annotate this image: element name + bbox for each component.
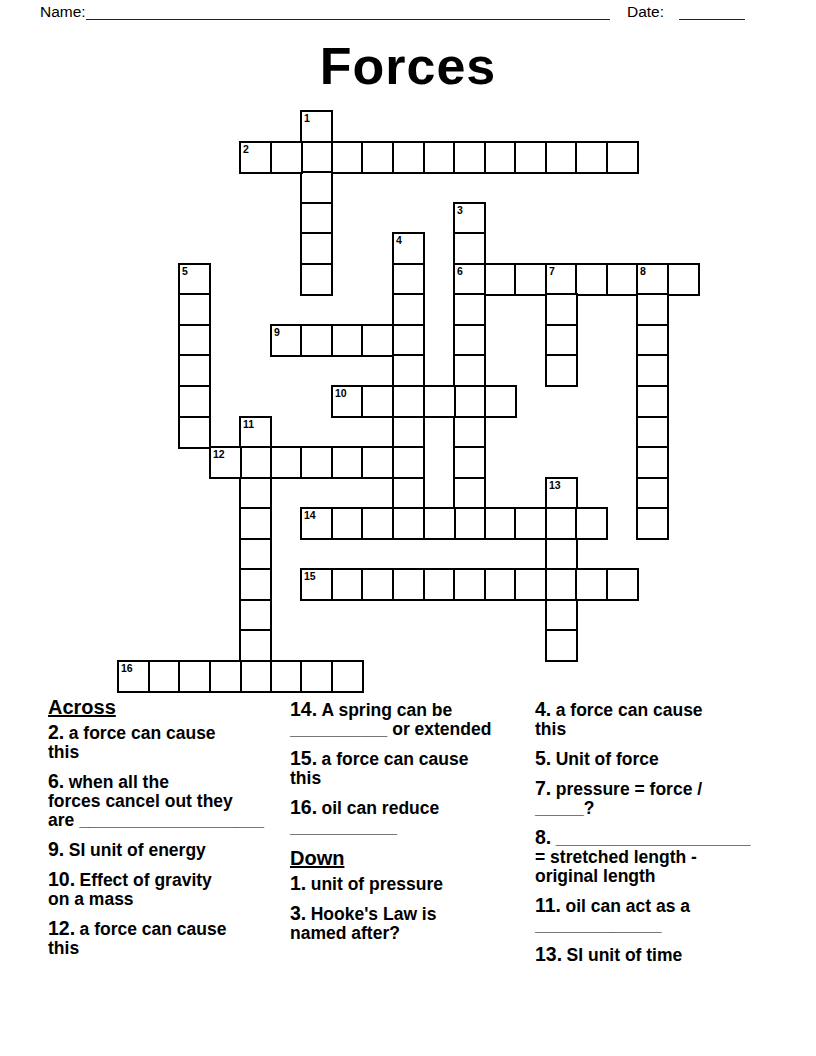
grid-cell[interactable] — [423, 385, 456, 418]
grid-cell[interactable] — [178, 293, 211, 326]
page-title: Forces — [0, 36, 816, 96]
clue-across-14: 14. A spring can be __________ or extend… — [290, 700, 523, 739]
across-heading: Across — [48, 696, 278, 718]
grid-cell[interactable] — [239, 446, 272, 479]
grid-cell[interactable]: 3 — [453, 202, 486, 235]
grid-cell[interactable] — [453, 141, 486, 174]
grid-cell[interactable]: 12 — [209, 446, 242, 479]
grid-cell[interactable]: 5 — [178, 263, 211, 296]
grid-cell[interactable] — [514, 568, 547, 601]
grid-cell[interactable] — [545, 629, 578, 662]
date-label: Date: — [627, 3, 664, 21]
grid-cell[interactable] — [484, 568, 517, 601]
clue-across-2: 2. a force can cause this — [48, 723, 278, 762]
grid-cell[interactable]: 8 — [636, 263, 669, 296]
grid-cell[interactable] — [392, 446, 425, 479]
grid-cell[interactable] — [392, 416, 425, 449]
grid-cell[interactable] — [636, 416, 669, 449]
date-fill-line[interactable] — [679, 19, 745, 20]
grid-cell[interactable] — [331, 660, 364, 693]
grid-cell[interactable] — [606, 263, 639, 296]
grid-cell[interactable]: 15 — [300, 568, 333, 601]
grid-cell[interactable] — [239, 507, 272, 540]
grid-cell[interactable] — [575, 507, 608, 540]
grid-cell[interactable] — [636, 507, 669, 540]
grid-cell[interactable]: 16 — [117, 660, 150, 693]
grid-cell[interactable] — [545, 141, 578, 174]
grid-cell[interactable] — [484, 507, 517, 540]
grid-cell[interactable] — [484, 141, 517, 174]
grid-cell[interactable] — [453, 354, 486, 387]
grid-cell[interactable] — [575, 263, 608, 296]
grid-cell[interactable] — [606, 141, 639, 174]
grid-cell[interactable] — [270, 141, 303, 174]
clue-column-2: 14. A spring can be __________ or extend… — [290, 696, 523, 975]
grid-cell[interactable] — [545, 507, 578, 540]
grid-cell[interactable] — [300, 660, 333, 693]
clue-down-4: 4. a force can cause this — [535, 700, 775, 739]
grid-cell[interactable] — [453, 568, 486, 601]
grid-cell[interactable] — [636, 477, 669, 510]
grid-cell[interactable] — [392, 324, 425, 357]
cell-clue-number: 16 — [119, 662, 148, 674]
grid-cell[interactable] — [423, 568, 456, 601]
grid-cell[interactable] — [300, 202, 333, 235]
down-heading: Down — [290, 847, 523, 869]
grid-cell[interactable] — [667, 263, 700, 296]
clue-number: 16. — [290, 796, 317, 818]
cell-clue-number: 10 — [333, 387, 362, 399]
grid-cell[interactable] — [178, 660, 211, 693]
name-fill-line[interactable] — [86, 19, 610, 20]
grid-cell[interactable] — [270, 660, 303, 693]
grid-cell[interactable]: 10 — [331, 385, 364, 418]
grid-cell[interactable] — [636, 446, 669, 479]
grid-cell[interactable] — [636, 385, 669, 418]
grid-cell[interactable] — [300, 232, 333, 265]
grid-cell[interactable] — [361, 507, 394, 540]
name-label: Name: — [40, 3, 86, 21]
grid-cell[interactable] — [636, 354, 669, 387]
cell-clue-number: 4 — [394, 234, 423, 246]
grid-cell[interactable]: 13 — [545, 477, 578, 510]
clue-column-1: Across 2. a force can cause this 6. when… — [48, 696, 278, 975]
clue-number: 8. — [535, 826, 551, 848]
grid-cell[interactable] — [300, 141, 333, 174]
grid-cell[interactable] — [331, 141, 364, 174]
grid-cell[interactable] — [545, 538, 578, 571]
grid-cell[interactable] — [239, 538, 272, 571]
grid-cell[interactable] — [300, 324, 333, 357]
grid-cell[interactable] — [239, 660, 272, 693]
grid-cell[interactable] — [392, 263, 425, 296]
cell-clue-number: 2 — [241, 143, 270, 155]
clue-down-7: 7. pressure = force / _____? — [535, 779, 775, 818]
grid-cell[interactable] — [331, 324, 364, 357]
grid-cell[interactable] — [209, 660, 242, 693]
cell-clue-number: 13 — [547, 479, 576, 491]
clue-section: Across 2. a force can cause this 6. when… — [48, 696, 775, 975]
grid-cell[interactable] — [514, 263, 547, 296]
grid-cell[interactable] — [331, 507, 364, 540]
grid-cell[interactable] — [453, 416, 486, 449]
clue-number: 12. — [48, 917, 75, 939]
clue-number: 2. — [48, 721, 64, 743]
clue-number: 4. — [535, 698, 551, 720]
clue-number: 14. — [290, 698, 317, 720]
grid-cell[interactable] — [178, 416, 211, 449]
clue-across-9: 9. SI unit of energy — [48, 840, 278, 860]
grid-cell[interactable] — [392, 385, 425, 418]
grid-cell[interactable] — [545, 568, 578, 601]
grid-cell[interactable] — [392, 477, 425, 510]
clue-number: 5. — [535, 747, 551, 769]
cell-clue-number: 15 — [302, 570, 331, 582]
grid-cell[interactable] — [361, 141, 394, 174]
grid-cell[interactable] — [545, 324, 578, 357]
grid-cell[interactable] — [361, 324, 394, 357]
grid-cell[interactable] — [300, 263, 333, 296]
grid-cell[interactable] — [361, 568, 394, 601]
grid-cell[interactable] — [300, 446, 333, 479]
clue-number: 13. — [535, 943, 562, 965]
grid-cell[interactable] — [178, 385, 211, 418]
grid-cell[interactable] — [331, 446, 364, 479]
grid-cell[interactable] — [453, 507, 486, 540]
cell-clue-number: 9 — [272, 326, 301, 338]
clue-across-15: 15. a force can cause this — [290, 749, 523, 788]
grid-cell[interactable] — [636, 293, 669, 326]
grid-cell[interactable] — [392, 293, 425, 326]
clue-down-3: 3. Hooke's Law is named after? — [290, 904, 523, 943]
clue-column-3: 4. a force can cause this 5. Unit of for… — [535, 696, 775, 975]
clue-number: 6. — [48, 770, 64, 792]
cell-clue-number: 5 — [180, 265, 209, 277]
clue-number: 9. — [48, 838, 64, 860]
grid-cell[interactable] — [148, 660, 181, 693]
clue-number: 1. — [290, 872, 306, 894]
grid-cell[interactable] — [392, 568, 425, 601]
clue-down-11: 11. oil can act as a _____________ — [535, 896, 775, 935]
grid-cell[interactable] — [239, 477, 272, 510]
grid-cell[interactable] — [514, 507, 547, 540]
grid-cell[interactable] — [484, 263, 517, 296]
cell-clue-number: 8 — [638, 265, 667, 277]
grid-cell[interactable]: 14 — [300, 507, 333, 540]
grid-cell[interactable] — [239, 568, 272, 601]
clue-number: 3. — [290, 902, 306, 924]
cell-clue-number: 14 — [302, 509, 331, 521]
clue-down-5: 5. Unit of force — [535, 749, 775, 769]
clue-down-13: 13. SI unit of time — [535, 945, 775, 965]
grid-cell[interactable] — [300, 171, 333, 204]
crossword-grid: 12364578910111213141516 — [117, 110, 699, 692]
clue-across-12: 12. a force can cause this — [48, 919, 278, 958]
grid-cell[interactable] — [331, 568, 364, 601]
clue-down-8: 8. ____________________ = stretched leng… — [535, 828, 775, 886]
grid-cell[interactable] — [270, 446, 303, 479]
grid-cell[interactable] — [423, 507, 456, 540]
grid-cell[interactable] — [545, 354, 578, 387]
clue-number: 7. — [535, 777, 551, 799]
grid-cell[interactable] — [178, 324, 211, 357]
cell-clue-number: 7 — [547, 265, 576, 277]
cell-clue-number: 1 — [302, 112, 331, 124]
clue-number: 15. — [290, 747, 317, 769]
grid-cell[interactable] — [453, 232, 486, 265]
grid-cell[interactable]: 7 — [545, 263, 578, 296]
grid-cell[interactable] — [392, 354, 425, 387]
cell-clue-number: 3 — [455, 204, 484, 216]
grid-cell[interactable] — [636, 324, 669, 357]
grid-cell[interactable] — [575, 568, 608, 601]
grid-cell[interactable] — [453, 324, 486, 357]
grid-cell[interactable] — [178, 354, 211, 387]
grid-cell[interactable] — [423, 141, 456, 174]
grid-cell[interactable]: 1 — [300, 110, 333, 143]
grid-cell[interactable] — [545, 293, 578, 326]
cell-clue-number: 11 — [241, 418, 270, 430]
clue-number: 10. — [48, 868, 75, 890]
worksheet-page: { "game": "crossword", "header": { "name… — [0, 0, 816, 1056]
clue-across-6: 6. when all the forces cancel out they a… — [48, 772, 278, 830]
clue-across-16: 16. oil can reduce ___________ — [290, 798, 523, 837]
grid-cell[interactable] — [575, 141, 608, 174]
grid-cell[interactable] — [239, 629, 272, 662]
grid-cell[interactable]: 6 — [453, 263, 486, 296]
grid-cell[interactable] — [392, 141, 425, 174]
grid-cell[interactable] — [453, 446, 486, 479]
grid-cell[interactable] — [239, 599, 272, 632]
grid-cell[interactable] — [453, 293, 486, 326]
grid-cell[interactable]: 9 — [270, 324, 303, 357]
grid-cell[interactable] — [392, 507, 425, 540]
grid-cell[interactable] — [545, 599, 578, 632]
grid-cell[interactable] — [453, 477, 486, 510]
cell-clue-number: 12 — [211, 448, 240, 460]
clue-number: 11. — [535, 894, 561, 916]
grid-cell[interactable] — [484, 385, 517, 418]
clue-down-1: 1. unit of pressure — [290, 874, 523, 894]
grid-cell[interactable] — [514, 141, 547, 174]
grid-cell[interactable]: 11 — [239, 416, 272, 449]
grid-cell[interactable] — [606, 568, 639, 601]
clue-across-10: 10. Effect of gravity on a mass — [48, 870, 278, 909]
grid-cell[interactable]: 4 — [392, 232, 425, 265]
grid-cell[interactable]: 2 — [239, 141, 272, 174]
cell-clue-number: 6 — [455, 265, 484, 277]
grid-cell[interactable] — [453, 385, 486, 418]
grid-cell[interactable] — [361, 446, 394, 479]
grid-cell[interactable] — [361, 385, 394, 418]
